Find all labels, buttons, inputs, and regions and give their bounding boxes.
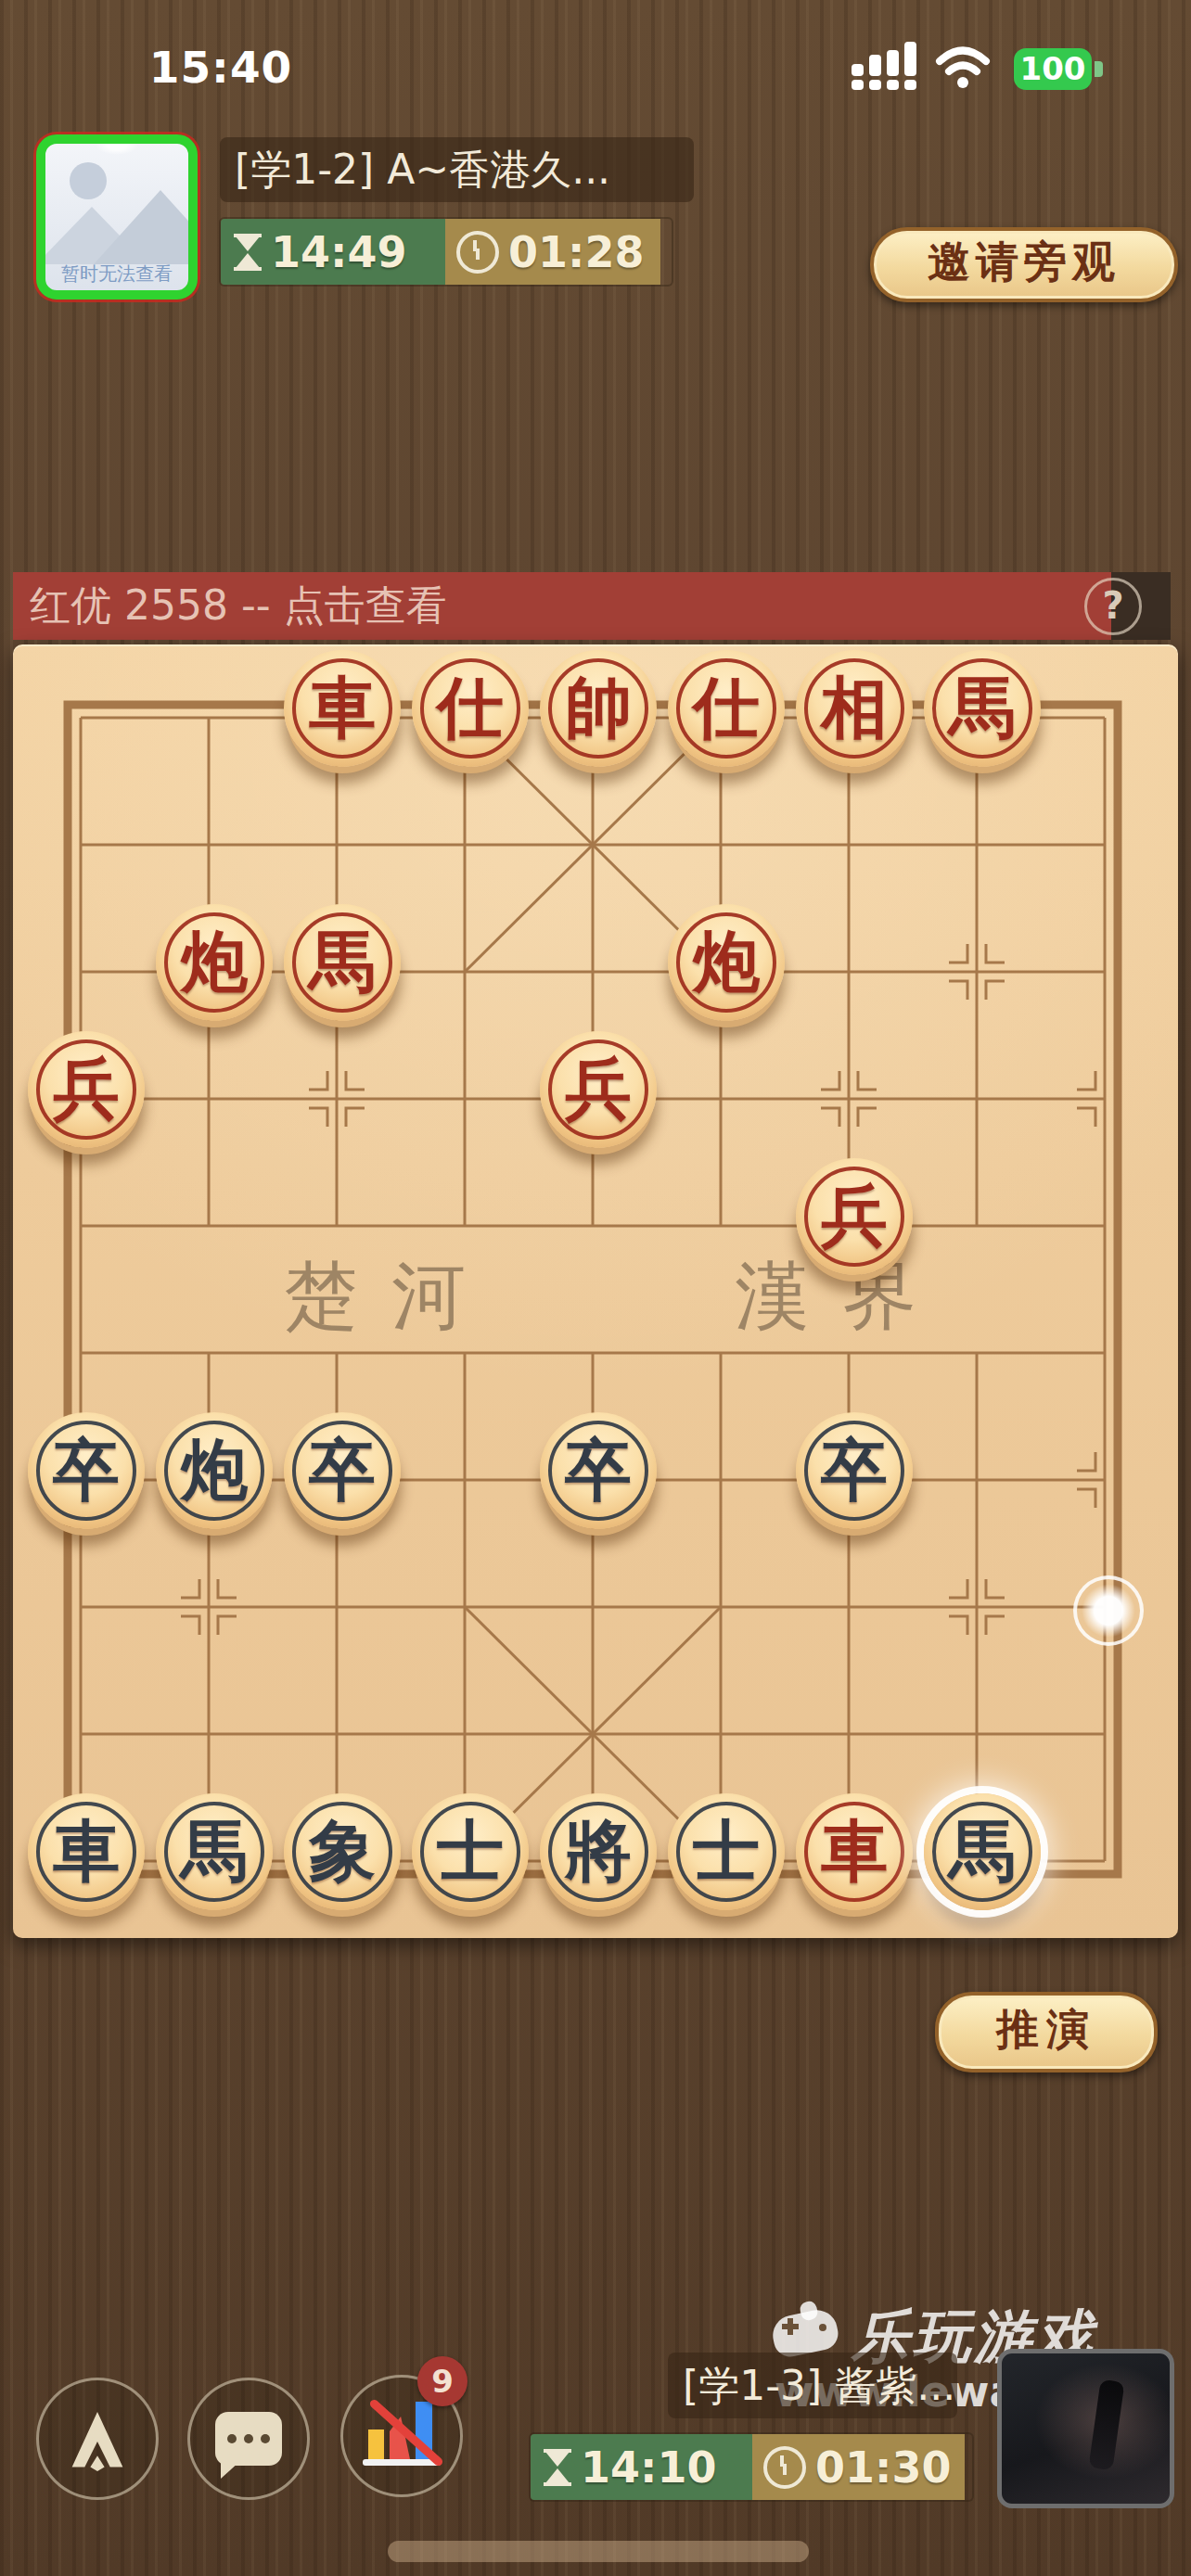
clock-icon xyxy=(763,2446,806,2489)
piece-glyph: 仕 xyxy=(437,664,504,753)
piece-glyph: 兵 xyxy=(53,1045,120,1134)
simulate-button[interactable]: 推演 xyxy=(935,1992,1158,2072)
piece-red-仕[interactable]: 仕 xyxy=(668,650,785,767)
piece-glyph: 馬 xyxy=(309,918,376,1007)
piece-black-士[interactable]: 士 xyxy=(412,1793,529,1910)
piece-glyph: 車 xyxy=(821,1807,888,1896)
piece-black-卒[interactable]: 卒 xyxy=(28,1412,145,1529)
piece-red-馬[interactable]: 馬 xyxy=(284,904,401,1021)
app-background: 15:40 100 暂时无法查看 [学1-2] A~香港久... 14:49 0… xyxy=(0,0,1191,2576)
evaluation-banner[interactable]: 红优 2558 -- 点击查看 xyxy=(13,572,1171,640)
piece-glyph: 相 xyxy=(821,664,888,753)
chat-bubble-icon xyxy=(215,2412,282,2466)
opponent-main-timer: 14:49 xyxy=(221,219,445,285)
piece-red-兵[interactable]: 兵 xyxy=(540,1031,657,1148)
piece-glyph: 將 xyxy=(565,1807,632,1896)
chat-button[interactable] xyxy=(187,2378,310,2500)
piece-black-卒[interactable]: 卒 xyxy=(284,1412,401,1529)
clock-icon xyxy=(456,231,499,274)
opponent-avatar[interactable]: 暂时无法查看 xyxy=(36,134,198,300)
board-grid xyxy=(13,644,1178,1938)
self-name: [学1-3] 酱紫... xyxy=(668,2353,957,2418)
piece-glyph: 象 xyxy=(309,1807,376,1896)
piece-black-士[interactable]: 士 xyxy=(668,1793,785,1910)
piece-black-將[interactable]: 將 xyxy=(540,1793,657,1910)
piece-glyph: 馬 xyxy=(949,1807,1016,1896)
opponent-name: [学1-2] A~香港久... xyxy=(220,137,694,202)
avatar-shine xyxy=(96,136,138,155)
piece-red-帥[interactable]: 帥 xyxy=(540,650,657,767)
piece-glyph: 卒 xyxy=(53,1426,120,1515)
self-main-timer: 14:10 xyxy=(531,2434,752,2500)
avatar-placeholder-text: 暂时无法查看 xyxy=(45,261,188,287)
piece-glyph: 卒 xyxy=(821,1426,888,1515)
piece-black-馬[interactable]: 馬 xyxy=(156,1793,273,1910)
piece-red-仕[interactable]: 仕 xyxy=(412,650,529,767)
arrowhead-icon xyxy=(62,2406,133,2471)
piece-glyph: 馬 xyxy=(949,664,1016,753)
piece-black-卒[interactable]: 卒 xyxy=(796,1412,913,1529)
cellular-signal-icon xyxy=(852,42,924,90)
piece-glyph: 馬 xyxy=(181,1807,248,1896)
piece-glyph: 兵 xyxy=(821,1172,888,1261)
invite-spectators-button[interactable]: 邀请旁观 xyxy=(870,227,1178,302)
avatar-placeholder-mountain xyxy=(94,190,198,264)
piece-red-兵[interactable]: 兵 xyxy=(28,1031,145,1148)
piece-black-馬-selected[interactable]: 馬 xyxy=(924,1793,1041,1910)
battery-pip xyxy=(1095,61,1103,77)
hourglass-icon xyxy=(544,2449,571,2486)
status-time: 15:40 xyxy=(147,41,295,95)
xiangqi-board[interactable]: 楚河 漢界 車仕帥仕相馬炮馬炮兵兵兵卒炮卒卒卒車馬象士將士車馬 xyxy=(13,644,1178,1938)
hourglass-icon xyxy=(234,234,262,271)
evaluation-text: 红优 2558 -- 点击查看 xyxy=(13,579,447,633)
piece-red-炮[interactable]: 炮 xyxy=(668,904,785,1021)
piece-red-兵[interactable]: 兵 xyxy=(796,1158,913,1275)
self-avatar[interactable] xyxy=(997,2349,1174,2508)
piece-glyph: 兵 xyxy=(565,1045,632,1134)
self-move-timer: 01:30 xyxy=(752,2434,965,2500)
bar-chart-muted-icon xyxy=(363,2401,441,2471)
piece-red-相[interactable]: 相 xyxy=(796,650,913,767)
evaluation-banner-red: 红优 2558 -- 点击查看 xyxy=(13,572,1111,640)
piece-red-馬[interactable]: 馬 xyxy=(924,650,1041,767)
piece-glyph: 帥 xyxy=(565,664,632,753)
river-text-left: 楚河 xyxy=(284,1247,499,1347)
piece-glyph: 炮 xyxy=(181,1426,248,1515)
help-icon[interactable]: ? xyxy=(1084,578,1142,635)
piece-black-卒[interactable]: 卒 xyxy=(540,1412,657,1529)
piece-glyph: 士 xyxy=(437,1807,504,1896)
piece-glyph: 炮 xyxy=(181,918,248,1007)
piece-glyph: 卒 xyxy=(565,1426,632,1515)
piece-black-車[interactable]: 車 xyxy=(28,1793,145,1910)
piece-red-炮[interactable]: 炮 xyxy=(156,904,273,1021)
piece-glyph: 士 xyxy=(693,1807,760,1896)
piece-glyph: 炮 xyxy=(693,918,760,1007)
app-logo-button[interactable] xyxy=(36,2378,159,2500)
battery-indicator: 100 xyxy=(1014,48,1092,90)
piece-glyph: 車 xyxy=(309,664,376,753)
wifi-icon xyxy=(935,46,991,89)
piece-red-車[interactable]: 車 xyxy=(796,1793,913,1910)
opponent-move-timer: 01:28 xyxy=(445,219,660,285)
piece-glyph: 仕 xyxy=(693,664,760,753)
piece-black-炮[interactable]: 炮 xyxy=(156,1412,273,1529)
last-move-origin-marker xyxy=(1073,1575,1144,1646)
piece-red-車[interactable]: 車 xyxy=(284,650,401,767)
self-timer: 14:10 01:30 xyxy=(531,2434,972,2500)
notification-badge: 9 xyxy=(417,2356,467,2406)
home-indicator[interactable] xyxy=(388,2541,809,2562)
piece-glyph: 車 xyxy=(53,1807,120,1896)
piece-glyph: 卒 xyxy=(309,1426,376,1515)
piece-black-象[interactable]: 象 xyxy=(284,1793,401,1910)
opponent-timer: 14:49 01:28 xyxy=(221,219,672,285)
